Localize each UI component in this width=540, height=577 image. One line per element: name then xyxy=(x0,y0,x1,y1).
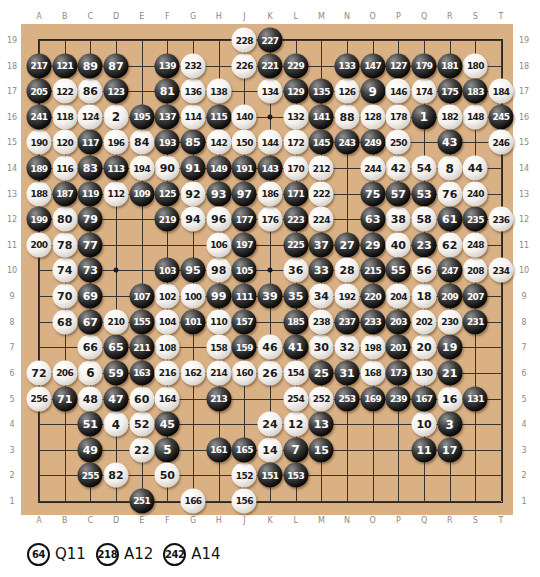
stone-black-183-s17: 183 xyxy=(463,79,488,104)
col-label-bottom-e: E xyxy=(139,516,144,525)
stone-black-135-m17: 135 xyxy=(309,79,334,104)
stone-black-7-l3: 7 xyxy=(283,437,308,462)
stone-white-170-l14: 170 xyxy=(283,156,308,181)
stone-white-134-k17: 134 xyxy=(258,79,283,104)
stone-white-82-d2: 82 xyxy=(104,463,129,488)
stone-black-27-n11: 27 xyxy=(335,232,360,257)
stone-white-100-g9: 100 xyxy=(181,284,206,309)
stone-white-110-h8: 110 xyxy=(206,309,231,334)
stone-white-114-g16: 114 xyxy=(181,104,206,129)
row-label-left-14: 14 xyxy=(7,164,17,173)
stone-white-6-c6: 6 xyxy=(78,360,103,385)
stone-black-29-o11: 29 xyxy=(360,232,385,257)
stone-black-241-a16: 241 xyxy=(27,104,52,129)
stone-white-206-b6: 206 xyxy=(52,360,77,385)
stone-black-13-m4: 13 xyxy=(309,412,334,437)
stone-black-15-m3: 15 xyxy=(309,437,334,462)
col-label-bottom-q: Q xyxy=(421,516,427,525)
stone-black-167-q5: 167 xyxy=(412,386,437,411)
stone-white-226-j18: 226 xyxy=(232,53,257,78)
col-label-bottom-d: D xyxy=(113,516,119,525)
stone-white-88-n16: 88 xyxy=(335,104,360,129)
stone-white-250-p15: 250 xyxy=(386,130,411,155)
stone-white-178-p16: 178 xyxy=(386,104,411,129)
stone-black-187-b13: 187 xyxy=(52,181,77,206)
stone-black-93-h13: 93 xyxy=(206,181,231,206)
stone-black-207-s9: 207 xyxy=(463,284,488,309)
stone-white-166-g1: 166 xyxy=(181,488,206,513)
stone-black-123-d17: 123 xyxy=(104,79,129,104)
stone-black-19-r7: 19 xyxy=(437,335,462,360)
stone-white-236-t12: 236 xyxy=(489,207,514,232)
stone-white-34-m9: 34 xyxy=(309,284,334,309)
stone-white-254-l5: 254 xyxy=(283,386,308,411)
stone-black-37-m11: 37 xyxy=(309,232,334,257)
stone-white-214-h6: 214 xyxy=(206,360,231,385)
stone-white-222-m13: 222 xyxy=(309,181,334,206)
stone-white-190-a15: 190 xyxy=(27,130,52,155)
stone-white-98-h10: 98 xyxy=(206,258,231,283)
stone-white-48-c5: 48 xyxy=(78,386,103,411)
stone-black-57-p13: 57 xyxy=(386,181,411,206)
stone-black-179-q18: 179 xyxy=(412,53,437,78)
row-label-right-5: 5 xyxy=(521,394,526,403)
row-label-left-10: 10 xyxy=(7,266,17,275)
row-label-right-11: 11 xyxy=(519,240,529,249)
col-label-bottom-p: P xyxy=(396,516,401,525)
col-label-bottom-b: B xyxy=(62,516,68,525)
col-label-bottom-j: J xyxy=(243,516,245,525)
stone-black-219-f12: 219 xyxy=(155,207,180,232)
caption-move-242-circle: 242 xyxy=(163,543,186,566)
row-label-left-3: 3 xyxy=(9,445,14,454)
stone-black-239-p5: 239 xyxy=(386,386,411,411)
stone-white-86-c17: 86 xyxy=(78,79,103,104)
stone-black-89-c18: 89 xyxy=(78,53,103,78)
row-label-left-5: 5 xyxy=(9,394,14,403)
stone-white-124-c16: 124 xyxy=(78,104,103,129)
stone-black-195-e16: 195 xyxy=(129,104,154,129)
stone-white-168-o6: 168 xyxy=(360,360,385,385)
col-label-top-b: B xyxy=(62,12,68,21)
stone-white-120-b15: 120 xyxy=(52,130,77,155)
stone-black-31-n6: 31 xyxy=(335,360,360,385)
stone-black-119-c13: 119 xyxy=(78,181,103,206)
stone-black-249-o15: 249 xyxy=(360,130,385,155)
stone-black-209-r9: 209 xyxy=(437,284,462,309)
star-point-k16 xyxy=(268,114,273,119)
row-label-left-16: 16 xyxy=(7,112,17,121)
stone-white-216-f6: 216 xyxy=(155,360,180,385)
stone-white-184-t17: 184 xyxy=(489,79,514,104)
stone-white-62-r11: 62 xyxy=(437,232,462,257)
caption-move-64-circle: 64 xyxy=(27,543,50,566)
stone-black-67-c8: 67 xyxy=(78,309,103,334)
caption-move-218-circle: 218 xyxy=(96,543,119,566)
col-label-top-t: T xyxy=(499,12,504,21)
stone-white-140-j16: 140 xyxy=(232,104,257,129)
stone-black-51-c4: 51 xyxy=(78,412,103,437)
stone-white-92-g13: 92 xyxy=(181,181,206,206)
stone-black-173-p6: 173 xyxy=(386,360,411,385)
col-label-top-k: K xyxy=(267,12,272,21)
stone-black-115-h16: 115 xyxy=(206,104,231,129)
stone-black-181-r18: 181 xyxy=(437,53,462,78)
stone-black-233-o8: 233 xyxy=(360,309,385,334)
stone-black-1-q16: 1 xyxy=(412,104,437,129)
stone-white-18-q9: 18 xyxy=(412,284,437,309)
stone-white-90-f14: 90 xyxy=(155,156,180,181)
row-label-left-12: 12 xyxy=(7,215,17,224)
stone-white-28-n10: 28 xyxy=(335,258,360,283)
stone-black-175-r17: 175 xyxy=(437,79,462,104)
stone-black-129-l17: 129 xyxy=(283,79,308,104)
stone-white-22-e3: 22 xyxy=(129,437,154,462)
stone-black-149-h14: 149 xyxy=(206,156,231,181)
stone-black-49-c3: 49 xyxy=(78,437,103,462)
stone-white-42-p14: 42 xyxy=(386,156,411,181)
stone-white-232-g18: 232 xyxy=(181,53,206,78)
row-label-left-7: 7 xyxy=(9,343,14,352)
stone-black-3-r4: 3 xyxy=(437,412,462,437)
stone-black-143-k14: 143 xyxy=(258,156,283,181)
stone-white-154-l6: 154 xyxy=(283,360,308,385)
stone-white-194-e14: 194 xyxy=(129,156,154,181)
stone-black-145-m15: 145 xyxy=(309,130,334,155)
stone-black-105-j10: 105 xyxy=(232,258,257,283)
stone-white-164-f5: 164 xyxy=(155,386,180,411)
row-label-left-18: 18 xyxy=(7,61,17,70)
col-label-top-o: O xyxy=(370,12,376,21)
stone-black-61-r12: 61 xyxy=(437,207,462,232)
stone-black-69-c9: 69 xyxy=(78,284,103,309)
col-label-top-m: M xyxy=(318,12,325,21)
stone-black-215-o10: 215 xyxy=(360,258,385,283)
col-label-top-p: P xyxy=(396,12,401,21)
row-label-left-1: 1 xyxy=(9,496,14,505)
stone-black-23-q11: 23 xyxy=(412,232,437,257)
stone-black-157-j8: 157 xyxy=(232,309,257,334)
stone-black-39-k9: 39 xyxy=(258,284,283,309)
stone-white-248-s11: 248 xyxy=(463,232,488,257)
stone-white-102-f9: 102 xyxy=(155,284,180,309)
stone-black-211-e7: 211 xyxy=(129,335,154,360)
row-label-left-19: 19 xyxy=(7,36,17,45)
stone-black-133-n18: 133 xyxy=(335,53,360,78)
stone-white-2-d16: 2 xyxy=(104,104,129,129)
stone-white-112-d13: 112 xyxy=(104,181,129,206)
stone-white-76-r13: 76 xyxy=(437,181,462,206)
row-label-right-13: 13 xyxy=(519,189,529,198)
stone-white-228-j19: 228 xyxy=(232,28,257,53)
row-label-right-7: 7 xyxy=(521,343,526,352)
stone-black-197-j11: 197 xyxy=(232,232,257,257)
stone-white-202-q8: 202 xyxy=(412,309,437,334)
stone-white-32-n7: 32 xyxy=(335,335,360,360)
stone-white-152-j2: 152 xyxy=(232,463,257,488)
row-label-right-10: 10 xyxy=(519,266,529,275)
row-label-right-2: 2 xyxy=(521,471,526,480)
stone-white-138-h17: 138 xyxy=(206,79,231,104)
stone-white-158-h7: 158 xyxy=(206,335,231,360)
stone-black-55-p10: 55 xyxy=(386,258,411,283)
row-label-right-17: 17 xyxy=(519,87,529,96)
stone-black-97-j13: 97 xyxy=(232,181,257,206)
stone-white-118-b16: 118 xyxy=(52,104,77,129)
col-label-bottom-k: K xyxy=(267,516,272,525)
stone-white-238-m8: 238 xyxy=(309,309,334,334)
stone-white-240-s13: 240 xyxy=(463,181,488,206)
stone-black-65-d7: 65 xyxy=(104,335,129,360)
stone-white-106-h11: 106 xyxy=(206,232,231,257)
stone-white-84-e15: 84 xyxy=(129,130,154,155)
stone-black-245-t16: 245 xyxy=(489,104,514,129)
stone-white-244-o14: 244 xyxy=(360,156,385,181)
stone-white-162-g6: 162 xyxy=(181,360,206,385)
row-label-right-18: 18 xyxy=(519,61,529,70)
stone-white-230-r8: 230 xyxy=(437,309,462,334)
col-label-top-r: R xyxy=(447,12,453,21)
stone-white-108-f7: 108 xyxy=(155,335,180,360)
caption-moves-at-occupied-points: 64 Q11 218 A12 242 A14 xyxy=(27,541,231,567)
stone-white-4-d4: 4 xyxy=(104,412,129,437)
col-label-top-l: L xyxy=(293,12,297,21)
stone-black-91-g14: 91 xyxy=(181,156,206,181)
col-label-bottom-g: G xyxy=(190,516,196,525)
stone-black-41-l7: 41 xyxy=(283,335,308,360)
stone-black-35-l9: 35 xyxy=(283,284,308,309)
col-label-bottom-f: F xyxy=(165,516,170,525)
star-point-d10 xyxy=(114,268,119,273)
col-label-bottom-r: R xyxy=(447,516,453,525)
col-label-bottom-t: T xyxy=(499,516,504,525)
stone-white-56-q10: 56 xyxy=(412,258,437,283)
row-label-left-2: 2 xyxy=(9,471,14,480)
stone-black-159-j7: 159 xyxy=(232,335,257,360)
stone-black-203-p8: 203 xyxy=(386,309,411,334)
stone-white-80-b12: 80 xyxy=(52,207,77,232)
stone-white-136-g17: 136 xyxy=(181,79,206,104)
stone-white-128-o16: 128 xyxy=(360,104,385,129)
stone-black-87-d18: 87 xyxy=(104,53,129,78)
stone-black-125-f13: 125 xyxy=(155,181,180,206)
stone-white-24-k4: 24 xyxy=(258,412,283,437)
stone-black-17-r3: 17 xyxy=(437,437,462,462)
row-label-left-8: 8 xyxy=(9,317,14,326)
row-label-right-14: 14 xyxy=(519,164,529,173)
stone-white-78-b11: 78 xyxy=(52,232,77,257)
stone-white-204-p9: 204 xyxy=(386,284,411,309)
stone-black-185-l8: 185 xyxy=(283,309,308,334)
stone-black-83-c14: 83 xyxy=(78,156,103,181)
stone-white-150-j15: 150 xyxy=(232,130,257,155)
stone-black-121-b18: 121 xyxy=(52,53,77,78)
stone-black-107-e9: 107 xyxy=(129,284,154,309)
row-label-left-11: 11 xyxy=(7,240,17,249)
stone-white-74-b10: 74 xyxy=(52,258,77,283)
stone-white-256-a5: 256 xyxy=(27,386,52,411)
stone-black-205-a17: 205 xyxy=(27,79,52,104)
stone-black-227-k19: 227 xyxy=(258,28,283,53)
stone-black-251-e1: 251 xyxy=(129,488,154,513)
stone-black-25-m6: 25 xyxy=(309,360,334,385)
stone-black-109-e13: 109 xyxy=(129,181,154,206)
stone-white-188-a13: 188 xyxy=(27,181,52,206)
stone-black-139-f18: 139 xyxy=(155,53,180,78)
go-diagram-page: { "game": "Go", "diagram_title": "19x19 … xyxy=(0,0,540,577)
col-label-top-j: J xyxy=(243,12,245,21)
stone-black-171-l13: 171 xyxy=(283,181,308,206)
row-label-right-9: 9 xyxy=(521,292,526,301)
col-label-bottom-a: A xyxy=(36,516,41,525)
stone-white-46-k7: 46 xyxy=(258,335,283,360)
stone-white-172-l15: 172 xyxy=(283,130,308,155)
stone-white-160-j6: 160 xyxy=(232,360,257,385)
stone-white-186-k13: 186 xyxy=(258,181,283,206)
stone-black-11-q3: 11 xyxy=(412,437,437,462)
stone-white-70-b9: 70 xyxy=(52,284,77,309)
stone-black-43-r15: 43 xyxy=(437,130,462,155)
stone-white-174-q17: 174 xyxy=(412,79,437,104)
stone-black-253-n5: 253 xyxy=(335,386,360,411)
stone-black-9-o17: 9 xyxy=(360,79,385,104)
col-label-top-q: Q xyxy=(421,12,427,21)
stone-white-210-d8: 210 xyxy=(104,309,129,334)
row-label-right-8: 8 xyxy=(521,317,526,326)
stone-black-189-a14: 189 xyxy=(27,156,52,181)
stone-black-77-c11: 77 xyxy=(78,232,103,257)
stone-white-122-b17: 122 xyxy=(52,79,77,104)
stone-white-50-f2: 50 xyxy=(155,463,180,488)
col-label-bottom-o: O xyxy=(370,516,376,525)
stone-black-81-f17: 81 xyxy=(155,79,180,104)
stone-black-21-r6: 21 xyxy=(437,360,462,385)
stone-white-246-t15: 246 xyxy=(489,130,514,155)
stone-white-68-b8: 68 xyxy=(52,309,77,334)
stone-black-33-m10: 33 xyxy=(309,258,334,283)
stone-black-141-m16: 141 xyxy=(309,104,334,129)
stone-white-156-j1: 156 xyxy=(232,488,257,513)
stone-black-229-l18: 229 xyxy=(283,53,308,78)
row-label-right-16: 16 xyxy=(519,112,529,121)
stone-black-53-q13: 53 xyxy=(412,181,437,206)
stone-black-169-o5: 169 xyxy=(360,386,385,411)
stone-white-126-n17: 126 xyxy=(335,79,360,104)
stone-white-40-p11: 40 xyxy=(386,232,411,257)
stone-black-221-k18: 221 xyxy=(258,53,283,78)
stone-white-196-d15: 196 xyxy=(104,130,129,155)
row-label-right-12: 12 xyxy=(519,215,529,224)
col-label-top-s: S xyxy=(473,12,478,21)
stone-black-59-d6: 59 xyxy=(104,360,129,385)
col-label-top-c: C xyxy=(88,12,94,21)
stone-black-151-k2: 151 xyxy=(258,463,283,488)
stone-white-44-s14: 44 xyxy=(463,156,488,181)
stone-white-208-s10: 208 xyxy=(463,258,488,283)
stone-black-155-e8: 155 xyxy=(129,309,154,334)
stone-black-217-a18: 217 xyxy=(27,53,52,78)
stone-black-255-c2: 255 xyxy=(78,463,103,488)
row-label-right-19: 19 xyxy=(519,36,529,45)
row-label-left-13: 13 xyxy=(7,189,17,198)
stone-white-30-m7: 30 xyxy=(309,335,334,360)
col-label-top-n: N xyxy=(344,12,350,21)
stone-white-234-t10: 234 xyxy=(489,258,514,283)
col-label-top-f: F xyxy=(165,12,170,21)
col-label-top-g: G xyxy=(190,12,196,21)
stone-white-38-p12: 38 xyxy=(386,207,411,232)
stone-white-252-m5: 252 xyxy=(309,386,334,411)
row-label-right-15: 15 xyxy=(519,138,529,147)
stone-white-200-a11: 200 xyxy=(27,232,52,257)
stone-black-231-s8: 231 xyxy=(463,309,488,334)
row-label-left-6: 6 xyxy=(9,368,14,377)
stone-white-142-h15: 142 xyxy=(206,130,231,155)
stone-white-60-e5: 60 xyxy=(129,386,154,411)
stone-black-85-g15: 85 xyxy=(181,130,206,155)
row-label-right-6: 6 xyxy=(521,368,526,377)
stone-white-54-q14: 54 xyxy=(412,156,437,181)
stone-white-212-m14: 212 xyxy=(309,156,334,181)
stone-black-220-o9: 220 xyxy=(360,284,385,309)
stone-black-223-l12: 223 xyxy=(283,207,308,232)
stone-black-95-g10: 95 xyxy=(181,258,206,283)
stone-white-116-b14: 116 xyxy=(52,156,77,181)
stone-black-113-d14: 113 xyxy=(104,156,129,181)
stone-black-243-n15: 243 xyxy=(335,130,360,155)
stone-white-8-r14: 8 xyxy=(437,156,462,181)
stone-black-161-h3: 161 xyxy=(206,437,231,462)
col-label-bottom-h: H xyxy=(216,516,222,525)
stone-white-94-g12: 94 xyxy=(181,207,206,232)
stone-white-20-q7: 20 xyxy=(412,335,437,360)
stone-black-73-c10: 73 xyxy=(78,258,103,283)
stone-white-224-m12: 224 xyxy=(309,207,334,232)
stone-white-52-e4: 52 xyxy=(129,412,154,437)
stone-black-103-f10: 103 xyxy=(155,258,180,283)
stone-black-45-f4: 45 xyxy=(155,412,180,437)
row-label-left-9: 9 xyxy=(9,292,14,301)
row-label-left-4: 4 xyxy=(9,420,14,429)
stone-black-111-j9: 111 xyxy=(232,284,257,309)
stone-white-144-k15: 144 xyxy=(258,130,283,155)
stone-black-247-r10: 247 xyxy=(437,258,462,283)
col-label-top-a: A xyxy=(36,12,41,21)
stone-white-104-f8: 104 xyxy=(155,309,180,334)
stone-black-127-p18: 127 xyxy=(386,53,411,78)
stone-white-132-l16: 132 xyxy=(283,104,308,129)
stone-black-137-f16: 137 xyxy=(155,104,180,129)
col-label-top-e: E xyxy=(139,12,144,21)
row-label-right-1: 1 xyxy=(521,496,526,505)
stone-white-10-q4: 10 xyxy=(412,412,437,437)
stone-white-66-c7: 66 xyxy=(78,335,103,360)
stone-black-131-s5: 131 xyxy=(463,386,488,411)
stone-black-79-c12: 79 xyxy=(78,207,103,232)
stone-white-16-r5: 16 xyxy=(437,386,462,411)
stone-black-71-b5: 71 xyxy=(52,386,77,411)
stone-white-180-s18: 180 xyxy=(463,53,488,78)
caption-point-a12: A12 xyxy=(124,545,153,563)
row-label-left-17: 17 xyxy=(7,87,17,96)
stone-black-191-j14: 191 xyxy=(232,156,257,181)
stone-white-176-k12: 176 xyxy=(258,207,283,232)
row-label-left-15: 15 xyxy=(7,138,17,147)
stone-white-58-q12: 58 xyxy=(412,207,437,232)
stone-black-99-h9: 99 xyxy=(206,284,231,309)
stone-black-5-f3: 5 xyxy=(155,437,180,462)
stone-white-12-l4: 12 xyxy=(283,412,308,437)
